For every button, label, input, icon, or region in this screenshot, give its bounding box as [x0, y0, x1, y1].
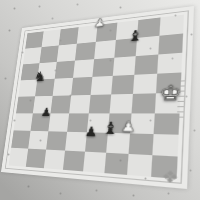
piece-white-pawn: ♟ — [121, 119, 136, 133]
square-g2 — [129, 133, 154, 155]
square-c5 — [53, 78, 73, 96]
photo-noise — [0, 0, 1, 1]
square-c8 — [59, 27, 79, 45]
square-d5 — [71, 77, 92, 96]
square-f4 — [110, 94, 133, 114]
edge-markings — [177, 80, 185, 119]
square-e7 — [94, 40, 116, 59]
square-c3 — [48, 113, 69, 131]
square-g5 — [133, 74, 157, 94]
square-e5 — [91, 76, 113, 95]
square-b1 — [26, 149, 46, 169]
piece-black-pawn: ♟ — [40, 106, 52, 118]
square-e6 — [92, 58, 114, 77]
square-c6 — [55, 61, 75, 79]
piece-black-bishop: ♝ — [127, 28, 144, 44]
square-d4 — [69, 95, 90, 113]
square-h2 — [152, 134, 178, 156]
square-c4 — [51, 95, 72, 113]
square-h3 — [154, 113, 180, 134]
diamond-ornament: ❖ — [155, 164, 185, 191]
square-h7 — [158, 33, 183, 54]
diamond-ornament-glyph: ❖ — [161, 167, 179, 189]
square-g1 — [127, 154, 152, 177]
piece-black-pawn: ♟ — [84, 125, 98, 139]
square-c1 — [44, 150, 65, 170]
piece-black-bishop: ♝ — [102, 120, 120, 137]
piece-white-pawn: ♟ — [93, 16, 105, 28]
square-g4 — [132, 93, 156, 113]
square-d6 — [73, 59, 94, 78]
square-c2 — [46, 131, 67, 150]
board-photo: ♟♝♞♟♚♟♟♝ ❖ — [0, 0, 200, 200]
board-grid: ♟♝♞♟♚♟♟♝ — [9, 15, 184, 179]
square-d1 — [63, 151, 85, 172]
square-e1 — [83, 152, 106, 173]
square-f1 — [104, 153, 128, 175]
square-c7 — [57, 44, 77, 62]
piece-black-knight: ♞ — [33, 70, 47, 84]
square-b2 — [28, 131, 48, 150]
square-d7 — [75, 42, 96, 61]
square-f5 — [111, 75, 134, 95]
square-f6 — [113, 56, 136, 76]
square-e4 — [89, 94, 111, 113]
square-g6 — [134, 54, 158, 74]
square-h8 — [159, 15, 184, 36]
square-h6 — [157, 53, 182, 74]
chess-board: ♟♝♞♟♚♟♟♝ ❖ — [1, 6, 194, 189]
